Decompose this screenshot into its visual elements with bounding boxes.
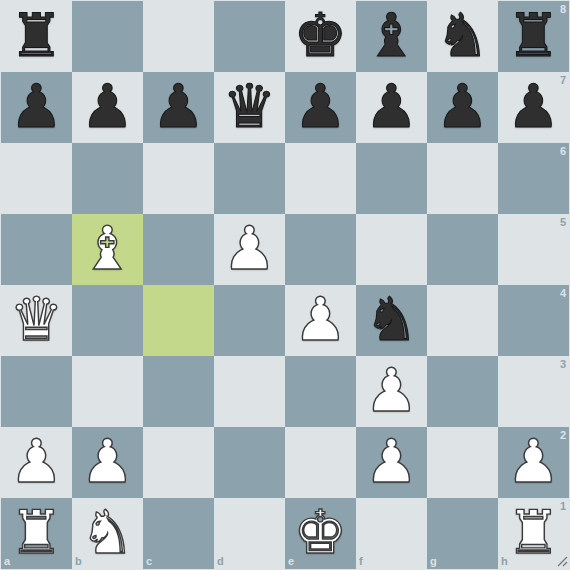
square-g2[interactable]	[427, 427, 498, 498]
square-c2[interactable]	[143, 427, 214, 498]
piece-white-pawn-f2[interactable]: ♟	[365, 431, 419, 491]
piece-black-rook-h8[interactable]: ♜	[507, 5, 561, 65]
square-c8[interactable]	[143, 1, 214, 72]
rank-label-4: 4	[560, 288, 566, 299]
chess-board: ♜♚♝♞8♜♟♟♟♛♟♟♟7♟6♝♟5♛♟♞4♟3♟♟♟2♟a♜b♞cde♚fg…	[1, 1, 569, 569]
square-h8[interactable]: 8♜	[498, 1, 569, 72]
square-b5[interactable]: ♝	[72, 214, 143, 285]
piece-black-pawn-c7[interactable]: ♟	[152, 76, 206, 136]
file-label-d: d	[217, 556, 224, 567]
piece-black-queen-d7[interactable]: ♛	[223, 76, 277, 136]
square-f7[interactable]: ♟	[356, 72, 427, 143]
square-b2[interactable]: ♟	[72, 427, 143, 498]
square-h5[interactable]: 5	[498, 214, 569, 285]
file-label-g: g	[430, 556, 437, 567]
piece-white-pawn-f3[interactable]: ♟	[365, 360, 419, 420]
rank-label-7: 7	[560, 75, 566, 86]
square-e2[interactable]	[285, 427, 356, 498]
square-a5[interactable]	[1, 214, 72, 285]
square-g1[interactable]: g	[427, 498, 498, 569]
square-a2[interactable]: ♟	[1, 427, 72, 498]
square-b6[interactable]	[72, 143, 143, 214]
piece-white-pawn-e4[interactable]: ♟	[294, 289, 348, 349]
square-e4[interactable]: ♟	[285, 285, 356, 356]
square-f1[interactable]: f	[356, 498, 427, 569]
square-h4[interactable]: 4	[498, 285, 569, 356]
square-g3[interactable]	[427, 356, 498, 427]
piece-black-pawn-a7[interactable]: ♟	[10, 76, 64, 136]
resize-handle-icon[interactable]	[554, 553, 568, 567]
square-g7[interactable]: ♟	[427, 72, 498, 143]
square-f8[interactable]: ♝	[356, 1, 427, 72]
square-a8[interactable]: ♜	[1, 1, 72, 72]
piece-white-bishop-b5[interactable]: ♝	[81, 218, 135, 278]
square-e8[interactable]: ♚	[285, 1, 356, 72]
piece-black-pawn-e7[interactable]: ♟	[294, 76, 348, 136]
rank-label-6: 6	[560, 146, 566, 157]
square-h3[interactable]: 3	[498, 356, 569, 427]
square-h6[interactable]: 6	[498, 143, 569, 214]
piece-white-rook-h1[interactable]: ♜	[507, 502, 561, 562]
square-e3[interactable]	[285, 356, 356, 427]
square-a3[interactable]	[1, 356, 72, 427]
square-e6[interactable]	[285, 143, 356, 214]
square-d6[interactable]	[214, 143, 285, 214]
piece-black-knight-f4[interactable]: ♞	[365, 289, 419, 349]
square-c3[interactable]	[143, 356, 214, 427]
square-d7[interactable]: ♛	[214, 72, 285, 143]
square-b1[interactable]: b♞	[72, 498, 143, 569]
rank-label-8: 8	[560, 4, 566, 15]
square-e7[interactable]: ♟	[285, 72, 356, 143]
piece-black-rook-a8[interactable]: ♜	[10, 5, 64, 65]
piece-black-pawn-b7[interactable]: ♟	[81, 76, 135, 136]
square-e5[interactable]	[285, 214, 356, 285]
piece-black-knight-g8[interactable]: ♞	[436, 5, 490, 65]
square-g8[interactable]: ♞	[427, 1, 498, 72]
square-d2[interactable]	[214, 427, 285, 498]
square-a7[interactable]: ♟	[1, 72, 72, 143]
rank-label-5: 5	[560, 217, 566, 228]
piece-white-pawn-b2[interactable]: ♟	[81, 431, 135, 491]
square-h2[interactable]: 2♟	[498, 427, 569, 498]
piece-black-pawn-g7[interactable]: ♟	[436, 76, 490, 136]
square-f4[interactable]: ♞	[356, 285, 427, 356]
piece-white-rook-a1[interactable]: ♜	[10, 502, 64, 562]
rank-label-2: 2	[560, 430, 566, 441]
square-a4[interactable]: ♛	[1, 285, 72, 356]
square-a1[interactable]: a♜	[1, 498, 72, 569]
square-h7[interactable]: 7♟	[498, 72, 569, 143]
square-e1[interactable]: e♚	[285, 498, 356, 569]
square-g5[interactable]	[427, 214, 498, 285]
square-d5[interactable]: ♟	[214, 214, 285, 285]
square-d1[interactable]: d	[214, 498, 285, 569]
square-a6[interactable]	[1, 143, 72, 214]
square-f2[interactable]: ♟	[356, 427, 427, 498]
square-c1[interactable]: c	[143, 498, 214, 569]
square-b8[interactable]	[72, 1, 143, 72]
square-c4[interactable]	[143, 285, 214, 356]
square-c5[interactable]	[143, 214, 214, 285]
square-b4[interactable]	[72, 285, 143, 356]
square-f6[interactable]	[356, 143, 427, 214]
piece-black-pawn-f7[interactable]: ♟	[365, 76, 419, 136]
rank-label-3: 3	[560, 359, 566, 370]
piece-white-pawn-d5[interactable]: ♟	[223, 218, 277, 278]
square-f3[interactable]: ♟	[356, 356, 427, 427]
chess-board-container: ♜♚♝♞8♜♟♟♟♛♟♟♟7♟6♝♟5♛♟♞4♟3♟♟♟2♟a♜b♞cde♚fg…	[0, 0, 570, 570]
piece-black-bishop-f8[interactable]: ♝	[365, 5, 419, 65]
rank-label-1: 1	[560, 501, 566, 512]
piece-black-king-e8[interactable]: ♚	[294, 5, 348, 65]
square-g6[interactable]	[427, 143, 498, 214]
piece-white-queen-a4[interactable]: ♛	[10, 289, 64, 349]
square-d8[interactable]	[214, 1, 285, 72]
square-c7[interactable]: ♟	[143, 72, 214, 143]
file-label-c: c	[146, 556, 152, 567]
piece-white-knight-b1[interactable]: ♞	[81, 502, 135, 562]
square-b3[interactable]	[72, 356, 143, 427]
square-d4[interactable]	[214, 285, 285, 356]
piece-black-pawn-h7[interactable]: ♟	[507, 76, 561, 136]
file-label-f: f	[359, 556, 363, 567]
square-b7[interactable]: ♟	[72, 72, 143, 143]
square-g4[interactable]	[427, 285, 498, 356]
piece-white-pawn-h2[interactable]: ♟	[507, 431, 561, 491]
square-d3[interactable]	[214, 356, 285, 427]
piece-white-king-e1[interactable]: ♚	[294, 502, 348, 562]
square-c6[interactable]	[143, 143, 214, 214]
square-f5[interactable]	[356, 214, 427, 285]
piece-white-pawn-a2[interactable]: ♟	[10, 431, 64, 491]
